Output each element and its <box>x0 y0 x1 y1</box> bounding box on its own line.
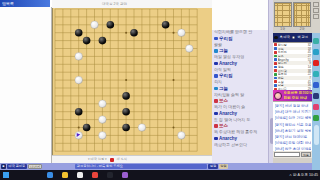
white-go-stone <box>99 116 107 124</box>
go-board-grid <box>53 8 213 155</box>
game-thumbnails <box>273 0 312 27</box>
rank-badge-icon <box>214 62 218 66</box>
black-go-stone <box>99 37 107 45</box>
window-control-button[interactable] <box>313 8 319 13</box>
rank-badge-icon <box>214 37 218 41</box>
ad-banner[interactable]: 오로바둑 프리미엄 회원 모집 안내 <box>273 90 312 101</box>
black-go-stone <box>162 21 170 29</box>
rank-badge-icon <box>214 112 218 116</box>
thumb-label-2[interactable]: 2국 <box>300 27 305 32</box>
black-go-stone <box>75 108 83 116</box>
board-window-header: 대국실 2국 관전 <box>52 0 212 8</box>
window-control-button[interactable] <box>313 2 319 7</box>
rank-badge-icon <box>274 66 277 69</box>
white-player-chip[interactable]: 백 관전 <box>296 35 308 40</box>
rank-badge-icon <box>274 62 277 65</box>
chat-message-text: 예상하고 선보인다 <box>214 142 266 148</box>
taskbar-app-icon[interactable] <box>92 172 98 178</box>
black-go-stone <box>83 124 91 132</box>
rank-badge-icon <box>214 124 218 128</box>
white-go-stone <box>178 132 186 140</box>
rank-badge-icon <box>274 84 277 87</box>
notice-link[interactable]: [안내] 친구 초대 이벤트 <box>275 146 311 151</box>
chat-username-text: Anarchy <box>219 61 237 66</box>
star-point <box>125 79 127 81</box>
status-left-text: ▾ 대국 신청 ▾ <box>88 156 107 163</box>
notice-link[interactable]: [이벤트] 신규 가입 혜택 <box>275 115 311 121</box>
statusbar-message: 관전중입니다 - 바둑 한판 두세요 <box>75 164 207 169</box>
desktop-shortcut-icon[interactable] <box>313 93 319 99</box>
white-go-stone <box>99 132 107 140</box>
go-board[interactable] <box>52 8 212 155</box>
taskbar-app-icon[interactable] <box>47 172 53 178</box>
system-tray[interactable]: ∧ 한 A 오후 10:45 <box>289 173 318 177</box>
chat-header-area <box>212 0 268 30</box>
rank-badge-icon <box>274 88 277 90</box>
rank-badge-icon <box>214 74 218 78</box>
rank-badge-icon <box>274 69 277 72</box>
ad-text-line1: 오로바둑 프리미엄 <box>284 91 313 96</box>
settings-chip[interactable]: 설정 <box>208 164 217 169</box>
chat-username-text: 보스 <box>219 98 228 103</box>
taskbar-app-icon[interactable] <box>62 172 68 178</box>
black-go-stone <box>122 92 130 100</box>
taskbar-icon-row <box>47 172 128 178</box>
taskbar-app-icon[interactable] <box>77 172 83 178</box>
rank-badge-icon <box>274 80 277 83</box>
game-info-panel: 1국 2국 흑 대국 백 관전 한사랑32그늘18우리집45보스27Anarch… <box>273 0 312 163</box>
alert-badge-icon[interactable] <box>110 158 114 162</box>
black-go-stone <box>83 37 91 45</box>
chat-message-list: 식민지배를 받으면 안우리집랄랄그늘매일 열심 두자엄Anarchy아직 일찍우… <box>212 28 268 149</box>
white-go-stone <box>178 29 186 37</box>
client-status-bar: ■ 대국 준비중 나가기 관전중입니다 - 바둑 한판 두세요 설정 알림 <box>0 163 312 170</box>
status-right-text: 새 소식 <box>117 156 127 163</box>
status-strip: ▾ 대국 신청 ▾ 새 소식 <box>52 155 216 163</box>
white-go-stone <box>91 21 99 29</box>
statusbar-square-icon: ■ <box>1 164 6 169</box>
mini-board-thumbnail-2[interactable] <box>293 2 311 27</box>
room-list-titlebar[interactable]: 방목록 <box>0 0 50 7</box>
white-go-stone <box>138 124 146 132</box>
white-go-stone <box>75 76 83 84</box>
rank-badge-icon <box>274 47 277 50</box>
chat-username-text: Anarchy <box>219 136 237 141</box>
desktop-shortcut-icon[interactable] <box>313 60 319 66</box>
star-point <box>173 127 175 129</box>
notice-board: [공지] 서버 점검 안내[안내] 대국 매너 지키기[이벤트] 신규 가입 혜… <box>273 101 312 151</box>
statusbar-state-chip: 대국 준비중 <box>7 164 27 169</box>
star-point <box>173 79 175 81</box>
rank-badge-icon <box>274 55 277 58</box>
black-go-stone <box>122 124 130 132</box>
ad-text-line2: 회원 모집 안내 <box>284 96 313 101</box>
chat-username-text: 그늘 <box>219 86 228 91</box>
white-go-stone <box>99 100 107 108</box>
rank-badge-icon <box>214 49 218 53</box>
black-go-stone <box>122 108 130 116</box>
chat-panel: 식민지배를 받으면 안우리집랄랄그늘매일 열심 두자엄Anarchy아직 일찍우… <box>212 0 268 163</box>
black-player-chip[interactable]: 흑 대국 <box>279 35 291 40</box>
desktop-icon-column <box>312 38 320 121</box>
rank-badge-icon <box>274 73 277 76</box>
taskbar-app-icon[interactable] <box>122 172 128 178</box>
thumb-label-1[interactable]: 1국 <box>280 27 285 32</box>
chat-username-text: 그늘 <box>219 48 228 53</box>
desktop-shortcut-icon[interactable] <box>313 49 319 55</box>
thumbnail-labels: 1국 2국 <box>273 27 312 32</box>
roster-username: 소나무 <box>278 87 307 90</box>
desktop-shortcut-icon[interactable] <box>313 38 319 44</box>
rank-badge-icon <box>214 137 218 141</box>
roster-count: 29 <box>308 87 311 90</box>
chat-username-text: 우리집 <box>219 36 233 41</box>
black-go-stone <box>107 21 115 29</box>
alarm-chip[interactable]: 알림 <box>219 164 228 169</box>
white-go-stone <box>186 45 194 53</box>
star-point <box>125 32 127 34</box>
room-list-panel[interactable] <box>0 7 52 163</box>
desktop-scrollbar-thumb[interactable] <box>314 125 319 145</box>
black-go-stone <box>75 29 83 37</box>
rank-badge-icon <box>214 99 218 103</box>
rank-badge-icon <box>274 43 277 46</box>
desktop-shortcut-icon[interactable] <box>313 115 319 121</box>
players-vs-bar: 흑 대국 백 관전 <box>273 33 312 42</box>
star-point <box>78 127 80 129</box>
desktop-background <box>312 0 320 170</box>
desktop-shortcut-icon[interactable] <box>313 82 319 88</box>
windows-taskbar: ∧ 한 A 오후 10:45 <box>0 170 320 180</box>
ad-character-icon <box>274 92 282 100</box>
notice-link[interactable]: [공지] 랭킹전 시즌 오픈 <box>275 122 311 128</box>
roster-row[interactable]: 소나무29 <box>273 87 312 90</box>
black-stone-icon <box>274 36 278 40</box>
rank-badge-icon <box>274 58 277 61</box>
notice-input-row: 전송 <box>273 151 312 158</box>
desktop-shortcut-icon[interactable] <box>313 71 319 77</box>
white-stone-icon <box>292 36 296 40</box>
star-point <box>173 32 175 34</box>
user-roster-table: 한사랑32그늘18우리집45보스27Anarchy51달무리9청솔14바다향38… <box>273 42 312 90</box>
close-icon[interactable] <box>313 14 319 19</box>
black-go-stone <box>130 29 138 37</box>
rank-badge-icon <box>214 87 218 91</box>
white-go-stone <box>75 53 83 61</box>
rank-badge-icon <box>274 77 277 80</box>
mini-board-thumbnail-1[interactable] <box>274 2 292 27</box>
send-button[interactable]: 전송 <box>301 152 311 157</box>
chat-username-text: Anarchy <box>219 111 237 116</box>
desktop-shortcut-icon[interactable] <box>313 104 319 110</box>
chat-username-text: 보스 <box>219 123 228 128</box>
rank-badge-icon <box>274 51 277 54</box>
taskbar-app-icon[interactable] <box>107 172 113 178</box>
baduk-client-window: 방목록 대국실 2국 관전 ▾ 대국 신청 ▾ 새 소식 식민지배를 받으면 안… <box>0 0 312 170</box>
leave-room-button[interactable]: 나가기 <box>28 164 43 169</box>
windows-start-icon[interactable] <box>3 172 9 178</box>
chat-input[interactable] <box>274 152 300 157</box>
chat-username-text: 우리집 <box>219 73 233 78</box>
